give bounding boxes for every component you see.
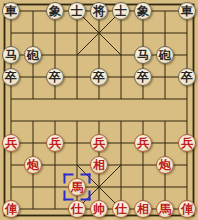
piece-black-cannon[interactable]: 砲 — [156, 46, 174, 64]
piece-black-horse[interactable]: 马 — [134, 46, 152, 64]
piece-black-soldier[interactable]: 卒 — [2, 68, 20, 86]
piece-black-soldier[interactable]: 卒 — [46, 68, 64, 86]
piece-red-elephant[interactable]: 相 — [90, 156, 108, 174]
piece-black-chariot[interactable]: 車 — [178, 2, 196, 20]
piece-black-advisor[interactable]: 士 — [112, 2, 130, 20]
piece-red-soldier[interactable]: 兵 — [90, 134, 108, 152]
piece-black-horse[interactable]: 马 — [2, 46, 20, 64]
piece-red-soldier[interactable]: 兵 — [2, 134, 20, 152]
piece-black-advisor[interactable]: 士 — [68, 2, 86, 20]
piece-black-cannon[interactable]: 砲 — [24, 46, 42, 64]
piece-black-elephant[interactable]: 象 — [134, 2, 152, 20]
piece-black-chariot[interactable]: 車 — [2, 2, 20, 20]
piece-red-horse[interactable]: 馬 — [68, 178, 86, 196]
piece-red-cannon[interactable]: 炮 — [24, 156, 42, 174]
xiangqi-board[interactable]: 車象士将士象車马砲马砲卒卒卒卒卒兵兵兵兵兵炮相炮馬俥仕帅仕相馬俥 — [0, 0, 198, 220]
board-grid — [0, 0, 198, 220]
piece-black-soldier[interactable]: 卒 — [178, 68, 196, 86]
piece-red-soldier[interactable]: 兵 — [178, 134, 196, 152]
piece-red-advisor[interactable]: 仕 — [68, 200, 86, 218]
piece-red-soldier[interactable]: 兵 — [134, 134, 152, 152]
piece-black-elephant[interactable]: 象 — [46, 2, 64, 20]
piece-red-chariot[interactable]: 俥 — [2, 200, 20, 218]
piece-red-elephant[interactable]: 相 — [134, 200, 152, 218]
piece-red-cannon[interactable]: 炮 — [156, 156, 174, 174]
piece-black-soldier[interactable]: 卒 — [90, 68, 108, 86]
grid-lines — [11, 11, 187, 209]
piece-red-general[interactable]: 帅 — [90, 200, 108, 218]
piece-red-advisor[interactable]: 仕 — [112, 200, 130, 218]
piece-red-chariot[interactable]: 俥 — [178, 200, 196, 218]
piece-black-soldier[interactable]: 卒 — [134, 68, 152, 86]
piece-black-general[interactable]: 将 — [90, 2, 108, 20]
piece-red-horse[interactable]: 馬 — [156, 200, 174, 218]
piece-red-soldier[interactable]: 兵 — [46, 134, 64, 152]
